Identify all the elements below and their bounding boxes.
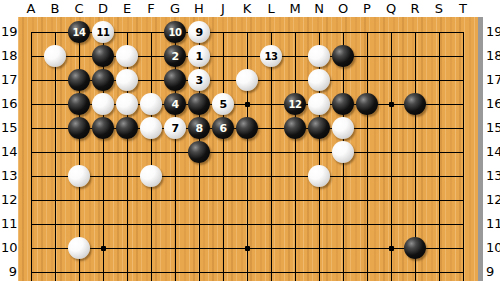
black-stone-C16: [68, 93, 90, 115]
white-stone-H17: 3: [188, 69, 210, 91]
star-point-D10: [101, 246, 106, 251]
move-number-8: 8: [195, 123, 202, 134]
move-number-2: 2: [171, 51, 178, 62]
col-label-N: N: [307, 1, 331, 16]
white-stone-E16: [116, 93, 138, 115]
row-label-left-13: 13: [1, 168, 17, 183]
white-stone-F13: [140, 165, 162, 187]
col-label-D: D: [91, 1, 115, 16]
white-stone-C10: [68, 237, 90, 259]
white-stone-J16: 5: [212, 93, 234, 115]
row-label-left-11: 11: [1, 216, 17, 231]
move-number-13: 13: [265, 51, 278, 62]
white-stone-H19: 9: [188, 21, 210, 43]
white-stone-N13: [308, 165, 330, 187]
move-number-9: 9: [195, 27, 202, 38]
row-label-right-15: 15: [486, 120, 500, 135]
col-label-L: L: [259, 1, 283, 16]
black-stone-C15: [68, 117, 90, 139]
white-stone-O14: [332, 141, 354, 163]
grid-col-P: [367, 32, 368, 281]
white-stone-L18: 13: [260, 45, 282, 67]
black-stone-O18: [332, 45, 354, 67]
black-stone-M16: 12: [284, 93, 306, 115]
white-stone-N18: [308, 45, 330, 67]
white-stone-O15: [332, 117, 354, 139]
row-label-left-18: 18: [1, 48, 17, 63]
black-stone-D18: [92, 45, 114, 67]
grid-row-9: [31, 272, 464, 273]
move-number-12: 12: [289, 99, 302, 110]
black-stone-D17: [92, 69, 114, 91]
col-label-A: A: [19, 1, 43, 16]
row-label-right-12: 12: [486, 192, 500, 207]
star-point-Q10: [389, 246, 394, 251]
row-label-right-10: 10: [486, 240, 500, 255]
black-stone-R16: [404, 93, 426, 115]
grid-row-13: [31, 176, 464, 177]
grid-col-L: [271, 32, 272, 281]
grid-row-12: [31, 200, 464, 201]
move-number-3: 3: [195, 75, 202, 86]
row-label-right-14: 14: [486, 144, 500, 159]
grid-col-B: [55, 32, 56, 281]
row-label-left-17: 17: [1, 72, 17, 87]
row-label-left-9: 9: [1, 264, 17, 279]
grid-row-11: [31, 224, 464, 225]
black-stone-K15: [236, 117, 258, 139]
white-stone-D19: 11: [92, 21, 114, 43]
col-label-O: O: [331, 1, 355, 16]
row-label-left-15: 15: [1, 120, 17, 135]
star-point-Q16: [389, 102, 394, 107]
white-stone-E18: [116, 45, 138, 67]
row-label-right-17: 17: [486, 72, 500, 87]
row-label-left-19: 19: [1, 24, 17, 39]
col-label-M: M: [283, 1, 307, 16]
col-label-R: R: [403, 1, 427, 16]
white-stone-H18: 1: [188, 45, 210, 67]
col-label-G: G: [163, 1, 187, 16]
move-number-4: 4: [171, 99, 178, 110]
grid-row-14: [31, 152, 464, 153]
row-label-right-11: 11: [486, 216, 500, 231]
row-label-right-9: 9: [486, 264, 500, 279]
move-number-7: 7: [171, 123, 178, 134]
col-label-P: P: [355, 1, 379, 16]
move-number-6: 6: [219, 123, 226, 134]
grid-col-Q: [391, 32, 392, 281]
col-label-H: H: [187, 1, 211, 16]
move-number-1: 1: [195, 51, 202, 62]
black-stone-R10: [404, 237, 426, 259]
star-point-K16: [245, 102, 250, 107]
white-stone-B18: [44, 45, 66, 67]
white-stone-D16: [92, 93, 114, 115]
row-label-right-16: 16: [486, 96, 500, 111]
go-diagram-screen: ABCDEFGHJKLMNOPQRST 19181716151413121110…: [0, 0, 500, 281]
black-stone-M15: [284, 117, 306, 139]
row-label-left-10: 10: [1, 240, 17, 255]
grid-col-F: [151, 32, 152, 281]
col-label-S: S: [427, 1, 451, 16]
black-stone-C17: [68, 69, 90, 91]
col-label-F: F: [139, 1, 163, 16]
white-stone-F16: [140, 93, 162, 115]
move-number-5: 5: [219, 99, 226, 110]
white-stone-K17: [236, 69, 258, 91]
row-label-left-16: 16: [1, 96, 17, 111]
move-number-10: 10: [169, 27, 182, 38]
row-label-right-13: 13: [486, 168, 500, 183]
white-stone-E17: [116, 69, 138, 91]
white-stone-C13: [68, 165, 90, 187]
black-stone-D15: [92, 117, 114, 139]
col-label-K: K: [235, 1, 259, 16]
col-label-T: T: [451, 1, 475, 16]
star-point-K10: [245, 246, 250, 251]
black-stone-C19: 14: [68, 21, 90, 43]
col-label-B: B: [43, 1, 67, 16]
black-stone-N15: [308, 117, 330, 139]
black-stone-O16: [332, 93, 354, 115]
grid-col-A: [31, 32, 32, 281]
row-label-left-14: 14: [1, 144, 17, 159]
board-edge-shadow: [478, 17, 483, 281]
col-label-E: E: [115, 1, 139, 16]
col-label-C: C: [67, 1, 91, 16]
black-stone-E15: [116, 117, 138, 139]
black-stone-H15: 8: [188, 117, 210, 139]
grid-col-S: [439, 32, 440, 281]
col-label-J: J: [211, 1, 235, 16]
black-stone-G17: [164, 69, 186, 91]
grid-col-J: [223, 32, 224, 281]
black-stone-H16: [188, 93, 210, 115]
move-number-14: 14: [73, 27, 86, 38]
black-stone-G19: 10: [164, 21, 186, 43]
col-label-Q: Q: [379, 1, 403, 16]
black-stone-G16: 4: [164, 93, 186, 115]
grid-col-T: [463, 32, 464, 281]
black-stone-G18: 2: [164, 45, 186, 67]
white-stone-N16: [308, 93, 330, 115]
white-stone-N17: [308, 69, 330, 91]
white-stone-G15: 7: [164, 117, 186, 139]
black-stone-H14: [188, 141, 210, 163]
black-stone-J15: 6: [212, 117, 234, 139]
row-label-left-12: 12: [1, 192, 17, 207]
row-label-right-19: 19: [486, 24, 500, 39]
grid-col-M: [295, 32, 296, 281]
row-label-right-18: 18: [486, 48, 500, 63]
move-number-11: 11: [97, 27, 110, 38]
white-stone-F15: [140, 117, 162, 139]
black-stone-P16: [356, 93, 378, 115]
